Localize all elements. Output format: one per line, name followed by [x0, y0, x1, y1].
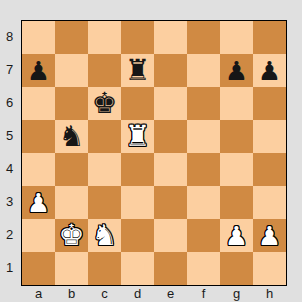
square-g4[interactable] [220, 153, 253, 186]
square-d2[interactable] [121, 219, 154, 252]
file-label-d: d [121, 287, 154, 301]
file-label-a: a [22, 287, 55, 301]
square-a4[interactable] [22, 153, 55, 186]
square-b3[interactable] [55, 186, 88, 219]
square-h6[interactable] [253, 87, 286, 120]
square-h4[interactable] [253, 153, 286, 186]
chess-app-window: 87654321 ♟♜♟♟♚♞♜♟♚♞♟♟ abcdefgh [0, 0, 302, 302]
white-pawn[interactable]: ♟ [220, 219, 253, 252]
square-g3[interactable] [220, 186, 253, 219]
square-f5[interactable] [187, 120, 220, 153]
square-a8[interactable] [22, 21, 55, 54]
square-e3[interactable] [154, 186, 187, 219]
rank-label-7: 7 [0, 53, 19, 86]
white-knight[interactable]: ♞ [88, 219, 121, 252]
square-b5[interactable]: ♞ [55, 120, 88, 153]
black-king[interactable]: ♚ [88, 87, 121, 120]
rank-label-2: 2 [0, 218, 19, 251]
rank-label-4: 4 [0, 152, 19, 185]
rank-label-3: 3 [0, 185, 19, 218]
rank-label-5: 5 [0, 119, 19, 152]
file-label-b: b [55, 287, 88, 301]
square-h7[interactable]: ♟ [253, 54, 286, 87]
square-f4[interactable] [187, 153, 220, 186]
square-h3[interactable] [253, 186, 286, 219]
square-f2[interactable] [187, 219, 220, 252]
square-f6[interactable] [187, 87, 220, 120]
square-f1[interactable] [187, 252, 220, 285]
square-h8[interactable] [253, 21, 286, 54]
rank-label-8: 8 [0, 20, 19, 53]
file-label-c: c [88, 287, 121, 301]
square-b1[interactable] [55, 252, 88, 285]
black-pawn[interactable]: ♟ [253, 54, 286, 87]
file-label-g: g [220, 287, 253, 301]
square-f7[interactable] [187, 54, 220, 87]
square-d1[interactable] [121, 252, 154, 285]
square-c4[interactable] [88, 153, 121, 186]
square-b8[interactable] [55, 21, 88, 54]
square-b2[interactable]: ♚ [55, 219, 88, 252]
square-a2[interactable] [22, 219, 55, 252]
rank-label-6: 6 [0, 86, 19, 119]
square-a3[interactable]: ♟ [22, 186, 55, 219]
square-e8[interactable] [154, 21, 187, 54]
square-e5[interactable] [154, 120, 187, 153]
square-a5[interactable] [22, 120, 55, 153]
white-king[interactable]: ♚ [55, 219, 88, 252]
white-rook[interactable]: ♜ [121, 120, 154, 153]
square-d5[interactable]: ♜ [121, 120, 154, 153]
square-h1[interactable] [253, 252, 286, 285]
chess-board: ♟♜♟♟♚♞♜♟♚♞♟♟ [21, 20, 287, 286]
square-g6[interactable] [220, 87, 253, 120]
square-e7[interactable] [154, 54, 187, 87]
square-e1[interactable] [154, 252, 187, 285]
square-f8[interactable] [187, 21, 220, 54]
square-c2[interactable]: ♞ [88, 219, 121, 252]
square-d6[interactable] [121, 87, 154, 120]
file-label-h: h [253, 287, 286, 301]
square-e6[interactable] [154, 87, 187, 120]
square-c8[interactable] [88, 21, 121, 54]
square-b4[interactable] [55, 153, 88, 186]
rank-label-1: 1 [0, 251, 19, 284]
file-label-e: e [154, 287, 187, 301]
square-c7[interactable] [88, 54, 121, 87]
square-g2[interactable]: ♟ [220, 219, 253, 252]
square-g8[interactable] [220, 21, 253, 54]
square-b6[interactable] [55, 87, 88, 120]
square-g5[interactable] [220, 120, 253, 153]
black-pawn[interactable]: ♟ [22, 54, 55, 87]
square-c5[interactable] [88, 120, 121, 153]
square-e2[interactable] [154, 219, 187, 252]
square-f3[interactable] [187, 186, 220, 219]
square-a6[interactable] [22, 87, 55, 120]
square-d3[interactable] [121, 186, 154, 219]
white-pawn[interactable]: ♟ [22, 186, 55, 219]
square-g7[interactable]: ♟ [220, 54, 253, 87]
square-d4[interactable] [121, 153, 154, 186]
black-rook[interactable]: ♜ [121, 54, 154, 87]
square-h5[interactable] [253, 120, 286, 153]
square-c6[interactable]: ♚ [88, 87, 121, 120]
square-b7[interactable] [55, 54, 88, 87]
square-c3[interactable] [88, 186, 121, 219]
square-a7[interactable]: ♟ [22, 54, 55, 87]
square-d7[interactable]: ♜ [121, 54, 154, 87]
white-pawn[interactable]: ♟ [253, 219, 286, 252]
square-h2[interactable]: ♟ [253, 219, 286, 252]
square-e4[interactable] [154, 153, 187, 186]
square-d8[interactable] [121, 21, 154, 54]
black-knight[interactable]: ♞ [55, 120, 88, 153]
square-g1[interactable] [220, 252, 253, 285]
black-pawn[interactable]: ♟ [220, 54, 253, 87]
file-label-f: f [187, 287, 220, 301]
square-a1[interactable] [22, 252, 55, 285]
square-c1[interactable] [88, 252, 121, 285]
